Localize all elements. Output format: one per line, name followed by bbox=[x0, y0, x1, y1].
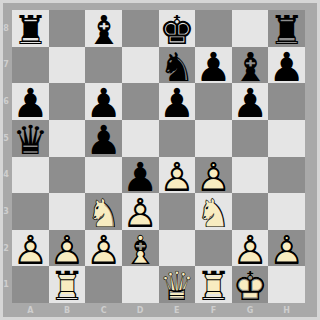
black-king: ♚ bbox=[159, 10, 195, 47]
square-d2[interactable]: ♝♗ bbox=[122, 230, 159, 267]
white-rook-outline: ♖ bbox=[49, 266, 85, 303]
rank-label-7: 7 bbox=[0, 47, 12, 84]
square-d5[interactable] bbox=[122, 120, 159, 157]
square-h4[interactable] bbox=[268, 157, 305, 194]
white-pawn: ♟ bbox=[232, 230, 268, 267]
white-pawn-outline: ♙ bbox=[12, 230, 48, 267]
square-e8[interactable]: ♚ bbox=[159, 10, 196, 47]
square-h8[interactable]: ♜ bbox=[268, 10, 305, 47]
black-queen: ♛ bbox=[12, 120, 48, 157]
square-a1[interactable] bbox=[12, 266, 49, 303]
square-a8[interactable]: ♜ bbox=[12, 10, 49, 47]
square-b2[interactable]: ♟♙ bbox=[49, 230, 86, 267]
square-g7[interactable]: ♝ bbox=[232, 47, 269, 84]
white-pawn: ♟ bbox=[159, 157, 195, 194]
rank-label-4: 4 bbox=[0, 157, 12, 194]
white-queen: ♛ bbox=[159, 266, 195, 303]
square-e5[interactable] bbox=[159, 120, 196, 157]
white-king-outline: ♔ bbox=[232, 266, 268, 303]
square-b3[interactable] bbox=[49, 193, 86, 230]
square-d4[interactable]: ♟ bbox=[122, 157, 159, 194]
file-label-a: A bbox=[12, 303, 49, 317]
white-rook: ♜ bbox=[49, 266, 85, 303]
white-knight-outline: ♘ bbox=[86, 193, 122, 230]
white-rook-outline: ♖ bbox=[196, 266, 232, 303]
square-h3[interactable] bbox=[268, 193, 305, 230]
rank-label-5: 5 bbox=[0, 120, 12, 157]
white-rook: ♜ bbox=[196, 266, 232, 303]
black-pawn: ♟ bbox=[122, 157, 158, 194]
white-pawn-outline: ♙ bbox=[49, 230, 85, 267]
black-pawn: ♟ bbox=[86, 120, 122, 157]
black-knight: ♞ bbox=[159, 47, 195, 84]
square-a2[interactable]: ♟♙ bbox=[12, 230, 49, 267]
square-g4[interactable] bbox=[232, 157, 269, 194]
white-pawn: ♟ bbox=[269, 230, 305, 267]
square-b5[interactable] bbox=[49, 120, 86, 157]
square-h5[interactable] bbox=[268, 120, 305, 157]
square-f2[interactable] bbox=[195, 230, 232, 267]
black-bishop: ♝ bbox=[86, 10, 122, 47]
square-b1[interactable]: ♜♖ bbox=[49, 266, 86, 303]
white-pawn: ♟ bbox=[196, 157, 232, 194]
square-g3[interactable] bbox=[232, 193, 269, 230]
black-rook: ♜ bbox=[12, 10, 48, 47]
file-label-e: E bbox=[159, 303, 196, 317]
black-pawn: ♟ bbox=[196, 47, 232, 84]
square-g8[interactable] bbox=[232, 10, 269, 47]
square-h1[interactable] bbox=[268, 266, 305, 303]
square-f1[interactable]: ♜♖ bbox=[195, 266, 232, 303]
white-pawn-outline: ♙ bbox=[122, 193, 158, 230]
square-g6[interactable]: ♟ bbox=[232, 83, 269, 120]
file-label-g: G bbox=[232, 303, 269, 317]
square-a6[interactable]: ♟ bbox=[12, 83, 49, 120]
square-d7[interactable] bbox=[122, 47, 159, 84]
black-pawn: ♟ bbox=[232, 83, 268, 120]
rank-label-2: 2 bbox=[0, 230, 12, 267]
chess-diagram: 87654321 ♜♝♚♜♞♟♝♟♟♟♟♟♛♟♟♟♙♟♙♞♘♟♙♞♘♟♙♟♙♟♙… bbox=[0, 0, 320, 320]
white-knight-outline: ♘ bbox=[196, 193, 232, 230]
white-pawn: ♟ bbox=[122, 193, 158, 230]
white-pawn-outline: ♙ bbox=[232, 230, 268, 267]
white-pawn: ♟ bbox=[86, 230, 122, 267]
square-g5[interactable] bbox=[232, 120, 269, 157]
square-c7[interactable] bbox=[85, 47, 122, 84]
white-pawn-outline: ♙ bbox=[159, 157, 195, 194]
white-queen-outline: ♕ bbox=[159, 266, 195, 303]
rank-label-8: 8 bbox=[0, 10, 12, 47]
file-label-f: F bbox=[195, 303, 232, 317]
square-e3[interactable] bbox=[159, 193, 196, 230]
rank-labels: 87654321 bbox=[0, 10, 12, 303]
square-h2[interactable]: ♟♙ bbox=[268, 230, 305, 267]
square-b7[interactable] bbox=[49, 47, 86, 84]
square-d1[interactable] bbox=[122, 266, 159, 303]
file-label-b: B bbox=[49, 303, 86, 317]
black-pawn: ♟ bbox=[159, 83, 195, 120]
rank-label-6: 6 bbox=[0, 83, 12, 120]
rank-label-1: 1 bbox=[0, 266, 12, 303]
square-e6[interactable]: ♟ bbox=[159, 83, 196, 120]
square-b4[interactable] bbox=[49, 157, 86, 194]
square-e4[interactable]: ♟♙ bbox=[159, 157, 196, 194]
square-d8[interactable] bbox=[122, 10, 159, 47]
square-e1[interactable]: ♛♕ bbox=[159, 266, 196, 303]
file-label-h: H bbox=[268, 303, 305, 317]
square-f3[interactable]: ♞♘ bbox=[195, 193, 232, 230]
square-c4[interactable] bbox=[85, 157, 122, 194]
black-pawn: ♟ bbox=[86, 83, 122, 120]
rank-label-3: 3 bbox=[0, 193, 12, 230]
square-h6[interactable] bbox=[268, 83, 305, 120]
square-e7[interactable]: ♞ bbox=[159, 47, 196, 84]
square-g2[interactable]: ♟♙ bbox=[232, 230, 269, 267]
white-pawn-outline: ♙ bbox=[86, 230, 122, 267]
square-f6[interactable] bbox=[195, 83, 232, 120]
file-label-c: C bbox=[85, 303, 122, 317]
white-bishop: ♝ bbox=[122, 230, 158, 267]
white-knight: ♞ bbox=[86, 193, 122, 230]
square-c2[interactable]: ♟♙ bbox=[85, 230, 122, 267]
white-pawn: ♟ bbox=[12, 230, 48, 267]
square-c1[interactable] bbox=[85, 266, 122, 303]
square-a4[interactable] bbox=[12, 157, 49, 194]
square-e2[interactable] bbox=[159, 230, 196, 267]
square-f5[interactable] bbox=[195, 120, 232, 157]
white-king: ♚ bbox=[232, 266, 268, 303]
square-f4[interactable]: ♟♙ bbox=[195, 157, 232, 194]
square-b6[interactable] bbox=[49, 83, 86, 120]
square-c8[interactable]: ♝ bbox=[85, 10, 122, 47]
square-c5[interactable]: ♟ bbox=[85, 120, 122, 157]
black-pawn: ♟ bbox=[269, 47, 305, 84]
white-bishop-outline: ♗ bbox=[122, 230, 158, 267]
square-f7[interactable]: ♟ bbox=[195, 47, 232, 84]
file-label-d: D bbox=[122, 303, 159, 317]
square-c3[interactable]: ♞♘ bbox=[85, 193, 122, 230]
chessboard: ♜♝♚♜♞♟♝♟♟♟♟♟♛♟♟♟♙♟♙♞♘♟♙♞♘♟♙♟♙♟♙♝♗♟♙♟♙♜♖♛… bbox=[12, 10, 305, 303]
white-pawn-outline: ♙ bbox=[196, 157, 232, 194]
square-h7[interactable]: ♟ bbox=[268, 47, 305, 84]
file-labels: ABCDEFGH bbox=[12, 303, 305, 317]
square-a5[interactable]: ♛ bbox=[12, 120, 49, 157]
square-b8[interactable] bbox=[49, 10, 86, 47]
white-knight: ♞ bbox=[196, 193, 232, 230]
square-d3[interactable]: ♟♙ bbox=[122, 193, 159, 230]
black-rook: ♜ bbox=[269, 10, 305, 47]
square-a3[interactable] bbox=[12, 193, 49, 230]
black-pawn: ♟ bbox=[12, 83, 48, 120]
square-f8[interactable] bbox=[195, 10, 232, 47]
white-pawn-outline: ♙ bbox=[269, 230, 305, 267]
square-d6[interactable] bbox=[122, 83, 159, 120]
square-g1[interactable]: ♚♔ bbox=[232, 266, 269, 303]
black-bishop: ♝ bbox=[232, 47, 268, 84]
square-a7[interactable] bbox=[12, 47, 49, 84]
square-c6[interactable]: ♟ bbox=[85, 83, 122, 120]
white-pawn: ♟ bbox=[49, 230, 85, 267]
